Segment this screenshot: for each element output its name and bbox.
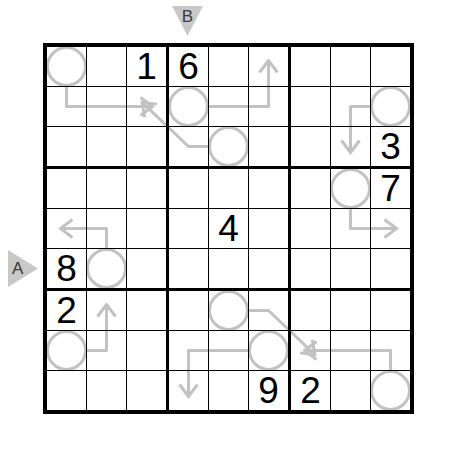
cell-r5c5[interactable]: 4 <box>209 209 249 249</box>
cell-r4c6[interactable] <box>249 169 291 209</box>
cell-r1c3[interactable]: 1 <box>127 47 169 87</box>
cell-r5c2[interactable] <box>87 209 127 249</box>
cell-r8c3[interactable] <box>127 331 169 371</box>
cell-r9c1[interactable] <box>47 371 87 410</box>
marker-a-label: A <box>12 259 23 279</box>
cell-r4c7[interactable] <box>291 169 331 209</box>
cell-r2c6[interactable] <box>249 87 291 127</box>
cell-r8c9[interactable] <box>371 331 410 371</box>
cell-r5c4[interactable] <box>169 209 209 249</box>
cell-r3c1[interactable] <box>47 127 87 169</box>
cell-r9c5[interactable] <box>209 371 249 410</box>
cell-r7c5[interactable] <box>209 291 249 331</box>
cell-r9c6[interactable]: 9 <box>249 371 291 410</box>
cell-r2c9[interactable] <box>371 87 410 127</box>
cell-r2c8[interactable] <box>331 87 371 127</box>
cell-r6c6[interactable] <box>249 249 291 291</box>
cell-r9c4[interactable] <box>169 371 209 410</box>
cell-r8c7[interactable] <box>291 331 331 371</box>
cell-r7c3[interactable] <box>127 291 169 331</box>
cell-r7c7[interactable] <box>291 291 331 331</box>
marker-b-label: B <box>182 7 193 26</box>
cell-r4c5[interactable] <box>209 169 249 209</box>
cell-r9c9[interactable] <box>371 371 410 410</box>
cell-r7c6[interactable] <box>249 291 291 331</box>
cell-r3c8[interactable] <box>331 127 371 169</box>
cell-r6c1[interactable]: 8 <box>47 249 87 291</box>
cell-r1c9[interactable] <box>371 47 410 87</box>
cell-r7c9[interactable] <box>371 291 410 331</box>
cell-r6c9[interactable] <box>371 249 410 291</box>
cell-r7c1[interactable]: 2 <box>47 291 87 331</box>
cell-r2c2[interactable] <box>87 87 127 127</box>
cell-r9c2[interactable] <box>87 371 127 410</box>
cell-r9c8[interactable] <box>331 371 371 410</box>
cell-r3c3[interactable] <box>127 127 169 169</box>
cell-r4c4[interactable] <box>169 169 209 209</box>
cell-r1c8[interactable] <box>331 47 371 87</box>
cell-r5c6[interactable] <box>249 209 291 249</box>
cell-r8c4[interactable] <box>169 331 209 371</box>
cell-r3c2[interactable] <box>87 127 127 169</box>
cell-r6c3[interactable] <box>127 249 169 291</box>
cell-r5c7[interactable] <box>291 209 331 249</box>
cell-r2c5[interactable] <box>209 87 249 127</box>
cell-r8c6[interactable] <box>249 331 291 371</box>
cell-r3c9[interactable]: 3 <box>371 127 410 169</box>
cell-r1c1[interactable] <box>47 47 87 87</box>
cell-r6c5[interactable] <box>209 249 249 291</box>
cell-r3c6[interactable] <box>249 127 291 169</box>
cell-r6c7[interactable] <box>291 249 331 291</box>
cell-r7c2[interactable] <box>87 291 127 331</box>
cell-r9c7[interactable]: 2 <box>291 371 331 410</box>
cell-r1c5[interactable] <box>209 47 249 87</box>
cell-r6c4[interactable] <box>169 249 209 291</box>
cell-r1c4[interactable]: 6 <box>169 47 209 87</box>
puzzle-scene: 163748292 B A <box>0 0 461 467</box>
cell-r5c3[interactable] <box>127 209 169 249</box>
cell-r4c8[interactable] <box>331 169 371 209</box>
cell-r6c8[interactable] <box>331 249 371 291</box>
cell-r7c4[interactable] <box>169 291 209 331</box>
cell-r3c4[interactable] <box>169 127 209 169</box>
cell-r4c9[interactable]: 7 <box>371 169 410 209</box>
cell-r8c2[interactable] <box>87 331 127 371</box>
cell-r2c4[interactable] <box>169 87 209 127</box>
cell-r6c2[interactable] <box>87 249 127 291</box>
cell-r3c7[interactable] <box>291 127 331 169</box>
sudoku-board: 163748292 <box>43 43 414 414</box>
cell-r1c6[interactable] <box>249 47 291 87</box>
cell-r8c1[interactable] <box>47 331 87 371</box>
cell-r5c9[interactable] <box>371 209 410 249</box>
cell-r4c1[interactable] <box>47 169 87 209</box>
cell-r3c5[interactable] <box>209 127 249 169</box>
cell-r4c3[interactable] <box>127 169 169 209</box>
cell-r2c3[interactable] <box>127 87 169 127</box>
cell-r8c5[interactable] <box>209 331 249 371</box>
cell-r2c7[interactable] <box>291 87 331 127</box>
cell-r2c1[interactable] <box>47 87 87 127</box>
cell-r9c3[interactable] <box>127 371 169 410</box>
cell-r4c2[interactable] <box>87 169 127 209</box>
cell-r8c8[interactable] <box>331 331 371 371</box>
cell-r7c8[interactable] <box>331 291 371 331</box>
cell-r1c2[interactable] <box>87 47 127 87</box>
cell-r1c7[interactable] <box>291 47 331 87</box>
cell-r5c8[interactable] <box>331 209 371 249</box>
cell-r5c1[interactable] <box>47 209 87 249</box>
